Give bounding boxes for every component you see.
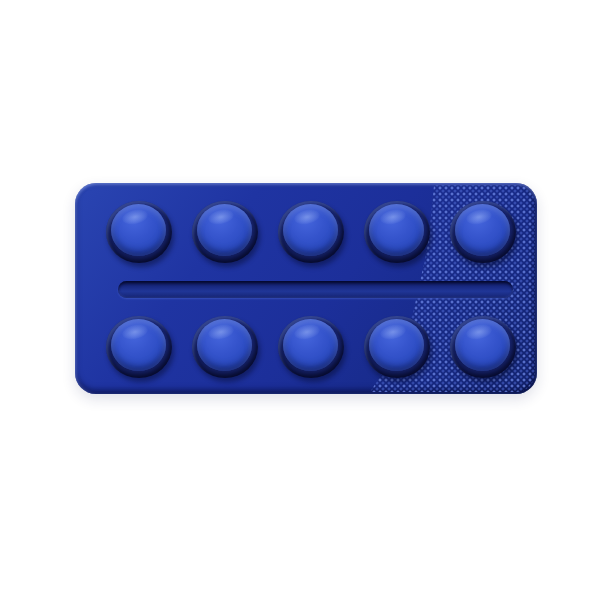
pill-dome (455, 319, 510, 371)
pill-blister-r2c2 (192, 316, 258, 378)
pill-dome (111, 204, 166, 256)
pill-blister-r1c3 (278, 201, 344, 263)
pill-dome (111, 319, 166, 371)
photo-canvas (0, 0, 600, 600)
pill-blister-r1c4 (364, 201, 430, 263)
pill-dome (197, 319, 252, 371)
pill-row-top (75, 201, 516, 263)
pill-gloss-highlight (379, 207, 407, 226)
pill-gloss-highlight (121, 322, 149, 341)
pill-dome (197, 204, 252, 256)
center-groove (118, 281, 513, 298)
pill-gloss-highlight (379, 322, 407, 341)
pill-dome (455, 204, 510, 256)
pill-gloss-highlight (121, 207, 149, 226)
pill-dome (369, 319, 424, 371)
pill-gloss-highlight (293, 207, 321, 226)
pill-gloss-highlight (293, 322, 321, 341)
blister-pack (75, 183, 537, 394)
pill-blister-r2c3 (278, 316, 344, 378)
pill-blister-r2c5 (450, 316, 516, 378)
pill-dome (283, 204, 338, 256)
pill-gloss-highlight (207, 207, 235, 226)
pill-blister-r1c1 (106, 201, 172, 263)
pill-gloss-highlight (207, 322, 235, 341)
pill-row-bottom (75, 316, 516, 378)
pill-gloss-highlight (465, 207, 493, 226)
pill-blister-r2c4 (364, 316, 430, 378)
pill-gloss-highlight (465, 322, 493, 341)
pill-dome (283, 319, 338, 371)
pill-blister-r2c1 (106, 316, 172, 378)
pill-blister-r1c2 (192, 201, 258, 263)
pill-dome (369, 204, 424, 256)
pill-blister-r1c5 (450, 201, 516, 263)
